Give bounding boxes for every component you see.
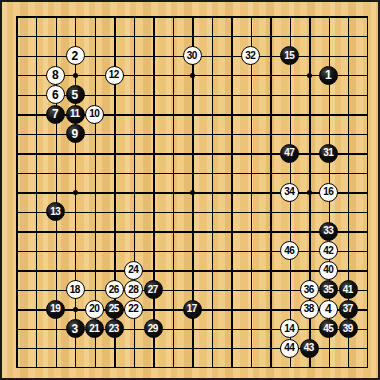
stone-6-white-C15[interactable]: 6 xyxy=(46,85,65,104)
stone-19-black-C4[interactable]: 19 xyxy=(46,300,65,319)
stone-44-white-P2[interactable]: 44 xyxy=(280,339,299,358)
stone-number: 23 xyxy=(109,324,118,334)
stone-number: 36 xyxy=(304,285,313,295)
stone-47-black-P12[interactable]: 47 xyxy=(280,144,299,163)
stone-16-white-R10[interactable]: 16 xyxy=(319,183,338,202)
stone-number: 30 xyxy=(187,51,196,61)
stone-number: 39 xyxy=(343,324,352,334)
stone-26-white-F5[interactable]: 26 xyxy=(105,280,124,299)
stone-number: 32 xyxy=(246,51,255,61)
stone-number: 1 xyxy=(325,69,331,81)
stone-number: 7 xyxy=(52,108,58,120)
stone-14-white-P3[interactable]: 14 xyxy=(280,319,299,338)
stone-number: 22 xyxy=(129,304,138,314)
stone-number: 10 xyxy=(90,109,99,119)
stone-46-white-P7[interactable]: 46 xyxy=(280,241,299,260)
star-point xyxy=(307,190,312,195)
stone-4-white-R4[interactable]: 4 xyxy=(319,300,338,319)
stone-29-black-H3[interactable]: 29 xyxy=(144,319,163,338)
stone-28-white-G5[interactable]: 28 xyxy=(124,280,143,299)
stone-36-white-Q5[interactable]: 36 xyxy=(300,280,319,299)
stone-number: 16 xyxy=(324,187,333,197)
board-intersections: 1234567891011121314151617181920212223242… xyxy=(7,7,378,378)
stone-2-white-D17[interactable]: 2 xyxy=(66,46,85,65)
stone-18-white-D5[interactable]: 18 xyxy=(66,280,85,299)
stone-number: 9 xyxy=(72,128,78,140)
star-point xyxy=(73,190,78,195)
stone-number: 24 xyxy=(129,265,138,275)
stone-number: 42 xyxy=(324,246,333,256)
stone-number: 12 xyxy=(109,70,118,80)
stone-number: 14 xyxy=(285,324,294,334)
stone-number: 6 xyxy=(52,89,58,101)
star-point xyxy=(190,190,195,195)
stone-number: 38 xyxy=(304,304,313,314)
stone-number: 8 xyxy=(52,69,58,81)
stone-number: 44 xyxy=(285,343,294,353)
stone-37-black-S4[interactable]: 37 xyxy=(339,300,358,319)
stone-25-black-F4[interactable]: 25 xyxy=(105,300,124,319)
stone-20-white-E4[interactable]: 20 xyxy=(85,300,104,319)
stone-number: 28 xyxy=(129,285,138,295)
stone-number: 45 xyxy=(324,324,333,334)
stone-23-black-F3[interactable]: 23 xyxy=(105,319,124,338)
stone-number: 33 xyxy=(324,226,333,236)
stone-number: 41 xyxy=(343,285,352,295)
stone-12-white-F16[interactable]: 12 xyxy=(105,66,124,85)
stone-number: 27 xyxy=(148,285,157,295)
stone-7-black-C14[interactable]: 7 xyxy=(46,105,65,124)
stone-11-black-D14[interactable]: 11 xyxy=(66,105,85,124)
go-board[interactable]: 1234567891011121314151617181920212223242… xyxy=(0,0,380,380)
stone-number: 25 xyxy=(109,304,118,314)
stone-number: 35 xyxy=(324,285,333,295)
stone-number: 5 xyxy=(72,89,78,101)
stone-number: 2 xyxy=(72,50,78,62)
stone-number: 3 xyxy=(72,323,78,335)
stone-31-black-R12[interactable]: 31 xyxy=(319,144,338,163)
stone-number: 17 xyxy=(187,304,196,314)
stone-number: 19 xyxy=(51,304,60,314)
stone-number: 47 xyxy=(285,148,294,158)
stone-42-white-R7[interactable]: 42 xyxy=(319,241,338,260)
stone-21-black-E3[interactable]: 21 xyxy=(85,319,104,338)
stone-30-white-K17[interactable]: 30 xyxy=(183,46,202,65)
stone-number: 31 xyxy=(324,148,333,158)
stone-39-black-S3[interactable]: 39 xyxy=(339,319,358,338)
stone-number: 18 xyxy=(70,285,79,295)
stone-38-white-Q4[interactable]: 38 xyxy=(300,300,319,319)
stone-17-black-K4[interactable]: 17 xyxy=(183,300,202,319)
stone-number: 26 xyxy=(109,285,118,295)
stone-34-white-P10[interactable]: 34 xyxy=(280,183,299,202)
stone-9-black-D13[interactable]: 9 xyxy=(66,124,85,143)
stone-number: 29 xyxy=(148,324,157,334)
star-point xyxy=(73,73,78,78)
stone-number: 20 xyxy=(90,304,99,314)
stone-number: 37 xyxy=(343,304,352,314)
star-point xyxy=(73,307,78,312)
stone-8-white-C16[interactable]: 8 xyxy=(46,66,65,85)
stone-43-black-Q2[interactable]: 43 xyxy=(300,339,319,358)
stone-number: 15 xyxy=(285,51,294,61)
stone-number: 4 xyxy=(325,303,331,315)
stone-41-black-S5[interactable]: 41 xyxy=(339,280,358,299)
stone-22-white-G4[interactable]: 22 xyxy=(124,300,143,319)
stone-number: 11 xyxy=(71,109,80,119)
star-point xyxy=(190,73,195,78)
stone-3-black-D3[interactable]: 3 xyxy=(66,319,85,338)
stone-number: 34 xyxy=(285,187,294,197)
stone-27-black-H5[interactable]: 27 xyxy=(144,280,163,299)
stone-15-black-P17[interactable]: 15 xyxy=(280,46,299,65)
stone-number: 21 xyxy=(90,324,99,334)
stone-number: 13 xyxy=(51,207,60,217)
stone-24-white-G6[interactable]: 24 xyxy=(124,261,143,280)
stone-35-black-R5[interactable]: 35 xyxy=(319,280,338,299)
stone-5-black-D15[interactable]: 5 xyxy=(66,85,85,104)
stone-number: 43 xyxy=(304,343,313,353)
stone-33-black-R8[interactable]: 33 xyxy=(319,222,338,241)
stone-13-black-C9[interactable]: 13 xyxy=(46,202,65,221)
stone-45-black-R3[interactable]: 45 xyxy=(319,319,338,338)
star-point xyxy=(307,73,312,78)
stone-1-black-R16[interactable]: 1 xyxy=(319,66,338,85)
stone-number: 40 xyxy=(324,265,333,275)
stone-32-white-N17[interactable]: 32 xyxy=(241,46,260,65)
stone-number: 46 xyxy=(285,246,294,256)
stone-10-white-E14[interactable]: 10 xyxy=(85,105,104,124)
stone-40-white-R6[interactable]: 40 xyxy=(319,261,338,280)
